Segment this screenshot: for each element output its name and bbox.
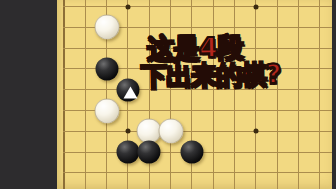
- grid-line-vertical: [277, 0, 278, 189]
- caption-line-2: 下出来的棋?: [141, 57, 281, 94]
- black-stone-D12: [116, 78, 139, 101]
- grid-line-vertical: [319, 0, 320, 189]
- grid-line-vertical: [170, 0, 171, 189]
- last-move-triangle-icon: [123, 86, 137, 98]
- grid-line-vertical: [255, 0, 256, 189]
- grid-line-horizontal: [63, 172, 332, 173]
- star-point-K16: [253, 4, 258, 9]
- white-stone-C15: [94, 15, 119, 40]
- white-stone-F10: [158, 119, 183, 144]
- right-pillarbox: [332, 0, 336, 189]
- grid-line-vertical: [85, 0, 86, 189]
- black-stone-E9: [138, 141, 161, 164]
- star-point-D10: [125, 129, 130, 134]
- black-stone-D9: [116, 141, 139, 164]
- go-board[interactable]: [57, 0, 332, 189]
- white-stone-C11: [94, 98, 119, 123]
- grid-line-horizontal: [63, 6, 332, 7]
- star-point-D16: [125, 4, 130, 9]
- grid-line-vertical: [213, 0, 214, 189]
- black-stone-C13: [95, 57, 118, 80]
- left-pillarbox: [0, 0, 57, 189]
- grid-line-vertical: [63, 0, 65, 189]
- video-frame: 这是4段 下出来的棋?: [0, 0, 336, 189]
- grid-line-vertical: [298, 0, 299, 189]
- grid-line-horizontal: [63, 131, 332, 132]
- black-stone-G9: [180, 141, 203, 164]
- star-point-K10: [253, 129, 258, 134]
